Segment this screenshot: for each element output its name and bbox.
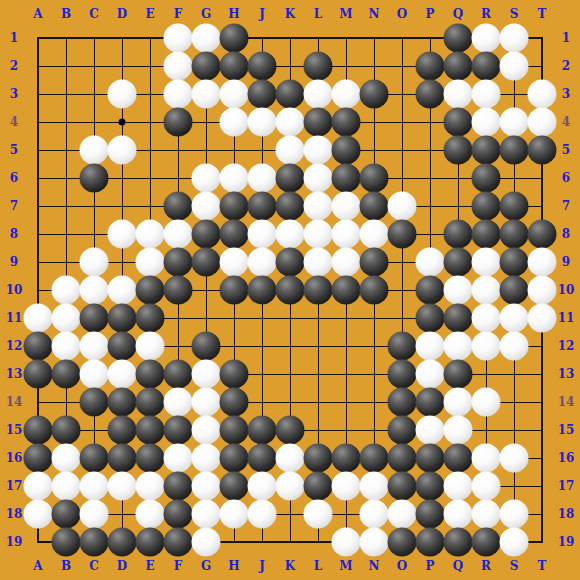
row-label-left-5: 5 bbox=[3, 143, 25, 157]
stone-black-P11 bbox=[416, 304, 445, 333]
stone-black-F18 bbox=[164, 500, 193, 529]
row-label-right-2: 2 bbox=[555, 59, 577, 73]
stone-black-R2 bbox=[472, 52, 501, 81]
stone-black-O8 bbox=[388, 220, 417, 249]
stone-white-S4 bbox=[500, 108, 529, 137]
stone-black-T5 bbox=[528, 136, 557, 165]
stone-black-N6 bbox=[360, 164, 389, 193]
row-label-right-9: 9 bbox=[555, 255, 577, 269]
row-label-left-3: 3 bbox=[3, 87, 25, 101]
col-label-bottom-M: M bbox=[335, 559, 357, 573]
stone-black-G2 bbox=[192, 52, 221, 81]
col-label-top-S: S bbox=[503, 7, 525, 21]
stone-white-R3 bbox=[472, 80, 501, 109]
stone-black-D14 bbox=[108, 388, 137, 417]
stone-white-P13 bbox=[416, 360, 445, 389]
stone-white-F16 bbox=[164, 444, 193, 473]
stone-white-R18 bbox=[472, 500, 501, 529]
row-label-left-4: 4 bbox=[3, 115, 25, 129]
row-label-left-17: 17 bbox=[3, 479, 25, 493]
stone-white-R4 bbox=[472, 108, 501, 137]
stone-white-D8 bbox=[108, 220, 137, 249]
stone-black-R19 bbox=[472, 528, 501, 557]
stone-black-K7 bbox=[276, 192, 305, 221]
stone-white-M17 bbox=[332, 472, 361, 501]
stone-white-K17 bbox=[276, 472, 305, 501]
stone-white-P15 bbox=[416, 416, 445, 445]
stone-black-S7 bbox=[500, 192, 529, 221]
stone-white-A11 bbox=[24, 304, 53, 333]
stone-white-D3 bbox=[108, 80, 137, 109]
col-label-top-P: P bbox=[419, 7, 441, 21]
row-label-left-1: 1 bbox=[3, 31, 25, 45]
stone-black-E19 bbox=[136, 528, 165, 557]
col-label-bottom-F: F bbox=[167, 559, 189, 573]
stone-white-G19 bbox=[192, 528, 221, 557]
stone-black-Q9 bbox=[444, 248, 473, 277]
stone-black-P18 bbox=[416, 500, 445, 529]
stone-black-C6 bbox=[80, 164, 109, 193]
stone-black-M5 bbox=[332, 136, 361, 165]
row-label-right-4: 4 bbox=[555, 115, 577, 129]
stone-white-G18 bbox=[192, 500, 221, 529]
stone-white-D17 bbox=[108, 472, 137, 501]
stone-white-T3 bbox=[528, 80, 557, 109]
col-label-top-F: F bbox=[167, 7, 189, 21]
stone-white-G16 bbox=[192, 444, 221, 473]
stone-black-F17 bbox=[164, 472, 193, 501]
stone-black-A13 bbox=[24, 360, 53, 389]
stone-white-Q3 bbox=[444, 80, 473, 109]
row-label-right-3: 3 bbox=[555, 87, 577, 101]
stone-white-Q17 bbox=[444, 472, 473, 501]
stone-white-J8 bbox=[248, 220, 277, 249]
row-label-right-5: 5 bbox=[555, 143, 577, 157]
col-label-top-Q: Q bbox=[447, 7, 469, 21]
col-label-bottom-T: T bbox=[531, 559, 553, 573]
stone-black-S10 bbox=[500, 276, 529, 305]
row-label-right-8: 8 bbox=[555, 227, 577, 241]
stone-white-L7 bbox=[304, 192, 333, 221]
stone-white-C9 bbox=[80, 248, 109, 277]
stone-white-R10 bbox=[472, 276, 501, 305]
stone-white-Q18 bbox=[444, 500, 473, 529]
stone-white-F1 bbox=[164, 24, 193, 53]
stone-white-P9 bbox=[416, 248, 445, 277]
stone-black-B18 bbox=[52, 500, 81, 529]
stone-white-N17 bbox=[360, 472, 389, 501]
row-label-right-13: 13 bbox=[555, 367, 577, 381]
stone-white-G13 bbox=[192, 360, 221, 389]
stone-white-R16 bbox=[472, 444, 501, 473]
stone-white-T10 bbox=[528, 276, 557, 305]
stone-black-C11 bbox=[80, 304, 109, 333]
stone-white-L18 bbox=[304, 500, 333, 529]
stone-black-F13 bbox=[164, 360, 193, 389]
stone-white-R9 bbox=[472, 248, 501, 277]
stone-black-O17 bbox=[388, 472, 417, 501]
stone-black-J7 bbox=[248, 192, 277, 221]
stone-white-J18 bbox=[248, 500, 277, 529]
stone-black-H15 bbox=[220, 416, 249, 445]
stone-black-D11 bbox=[108, 304, 137, 333]
stone-white-T11 bbox=[528, 304, 557, 333]
star-point bbox=[119, 119, 126, 126]
stone-white-D5 bbox=[108, 136, 137, 165]
stone-black-H2 bbox=[220, 52, 249, 81]
stone-white-S18 bbox=[500, 500, 529, 529]
stone-black-H7 bbox=[220, 192, 249, 221]
col-label-top-E: E bbox=[139, 7, 161, 21]
stone-black-S8 bbox=[500, 220, 529, 249]
stone-white-L9 bbox=[304, 248, 333, 277]
stone-black-S5 bbox=[500, 136, 529, 165]
stone-black-M6 bbox=[332, 164, 361, 193]
stone-black-N9 bbox=[360, 248, 389, 277]
row-label-left-18: 18 bbox=[3, 507, 25, 521]
stone-white-O7 bbox=[388, 192, 417, 221]
stone-white-A17 bbox=[24, 472, 53, 501]
stone-black-H14 bbox=[220, 388, 249, 417]
stone-black-P17 bbox=[416, 472, 445, 501]
stone-black-R5 bbox=[472, 136, 501, 165]
stone-white-S11 bbox=[500, 304, 529, 333]
stone-black-F19 bbox=[164, 528, 193, 557]
stone-white-Q15 bbox=[444, 416, 473, 445]
stone-black-A12 bbox=[24, 332, 53, 361]
stone-white-J17 bbox=[248, 472, 277, 501]
stone-white-E8 bbox=[136, 220, 165, 249]
stone-white-C17 bbox=[80, 472, 109, 501]
stone-white-E17 bbox=[136, 472, 165, 501]
stone-black-F10 bbox=[164, 276, 193, 305]
stone-black-Q19 bbox=[444, 528, 473, 557]
stone-white-A18 bbox=[24, 500, 53, 529]
go-board[interactable]: AABBCCDDEEFFGGHHJJKKLLMMNNOOPPQQRRSSTT11… bbox=[0, 0, 580, 580]
stone-black-Q2 bbox=[444, 52, 473, 81]
stone-white-E12 bbox=[136, 332, 165, 361]
stone-white-L6 bbox=[304, 164, 333, 193]
row-label-right-18: 18 bbox=[555, 507, 577, 521]
stone-black-K9 bbox=[276, 248, 305, 277]
stone-black-P19 bbox=[416, 528, 445, 557]
stone-white-L5 bbox=[304, 136, 333, 165]
stone-white-H18 bbox=[220, 500, 249, 529]
stone-black-E14 bbox=[136, 388, 165, 417]
stone-black-O14 bbox=[388, 388, 417, 417]
stone-white-C10 bbox=[80, 276, 109, 305]
stone-black-E13 bbox=[136, 360, 165, 389]
stone-black-Q16 bbox=[444, 444, 473, 473]
stone-white-O18 bbox=[388, 500, 417, 529]
stone-black-G9 bbox=[192, 248, 221, 277]
stone-white-K16 bbox=[276, 444, 305, 473]
col-label-top-O: O bbox=[391, 7, 413, 21]
row-label-left-10: 10 bbox=[3, 283, 25, 297]
stone-white-C18 bbox=[80, 500, 109, 529]
stone-white-T4 bbox=[528, 108, 557, 137]
col-label-top-A: A bbox=[27, 7, 49, 21]
row-label-left-16: 16 bbox=[3, 451, 25, 465]
stone-black-J16 bbox=[248, 444, 277, 473]
stone-white-B11 bbox=[52, 304, 81, 333]
col-label-top-C: C bbox=[83, 7, 105, 21]
stone-black-N7 bbox=[360, 192, 389, 221]
stone-white-Q10 bbox=[444, 276, 473, 305]
stone-white-B17 bbox=[52, 472, 81, 501]
row-label-left-11: 11 bbox=[3, 311, 25, 325]
stone-white-M9 bbox=[332, 248, 361, 277]
col-label-top-L: L bbox=[307, 7, 329, 21]
stone-white-H3 bbox=[220, 80, 249, 109]
row-label-right-19: 19 bbox=[555, 535, 577, 549]
row-label-right-16: 16 bbox=[555, 451, 577, 465]
stone-black-L17 bbox=[304, 472, 333, 501]
stone-white-C5 bbox=[80, 136, 109, 165]
stone-black-B19 bbox=[52, 528, 81, 557]
stone-black-A16 bbox=[24, 444, 53, 473]
stone-black-P3 bbox=[416, 80, 445, 109]
stone-white-B12 bbox=[52, 332, 81, 361]
stone-black-B15 bbox=[52, 416, 81, 445]
row-label-right-7: 7 bbox=[555, 199, 577, 213]
stone-black-S9 bbox=[500, 248, 529, 277]
stone-black-E10 bbox=[136, 276, 165, 305]
stone-black-Q5 bbox=[444, 136, 473, 165]
col-label-bottom-N: N bbox=[363, 559, 385, 573]
stone-white-J9 bbox=[248, 248, 277, 277]
row-label-left-6: 6 bbox=[3, 171, 25, 185]
stone-black-O19 bbox=[388, 528, 417, 557]
stone-black-F15 bbox=[164, 416, 193, 445]
stone-white-K5 bbox=[276, 136, 305, 165]
col-label-top-H: H bbox=[223, 7, 245, 21]
col-label-top-M: M bbox=[335, 7, 357, 21]
stone-white-Q12 bbox=[444, 332, 473, 361]
stone-black-G12 bbox=[192, 332, 221, 361]
stone-white-E18 bbox=[136, 500, 165, 529]
stone-black-M4 bbox=[332, 108, 361, 137]
stone-black-H8 bbox=[220, 220, 249, 249]
row-label-right-1: 1 bbox=[555, 31, 577, 45]
col-label-top-G: G bbox=[195, 7, 217, 21]
stone-white-T9 bbox=[528, 248, 557, 277]
stone-black-B13 bbox=[52, 360, 81, 389]
col-label-bottom-O: O bbox=[391, 559, 413, 573]
stone-white-M8 bbox=[332, 220, 361, 249]
stone-black-Q4 bbox=[444, 108, 473, 137]
stone-white-H4 bbox=[220, 108, 249, 137]
row-label-left-2: 2 bbox=[3, 59, 25, 73]
stone-black-Q8 bbox=[444, 220, 473, 249]
col-label-top-K: K bbox=[279, 7, 301, 21]
row-label-left-13: 13 bbox=[3, 367, 25, 381]
stone-white-L8 bbox=[304, 220, 333, 249]
stone-white-N18 bbox=[360, 500, 389, 529]
stone-black-N10 bbox=[360, 276, 389, 305]
stone-black-Q13 bbox=[444, 360, 473, 389]
stone-black-P14 bbox=[416, 388, 445, 417]
stone-black-C14 bbox=[80, 388, 109, 417]
stone-black-R7 bbox=[472, 192, 501, 221]
stone-white-R11 bbox=[472, 304, 501, 333]
stone-black-N3 bbox=[360, 80, 389, 109]
stone-white-F14 bbox=[164, 388, 193, 417]
col-label-bottom-B: B bbox=[55, 559, 77, 573]
stone-black-J10 bbox=[248, 276, 277, 305]
row-label-right-14: 14 bbox=[555, 395, 577, 409]
stone-white-C13 bbox=[80, 360, 109, 389]
col-label-bottom-S: S bbox=[503, 559, 525, 573]
stone-white-E9 bbox=[136, 248, 165, 277]
row-label-right-12: 12 bbox=[555, 339, 577, 353]
stone-black-C16 bbox=[80, 444, 109, 473]
col-label-bottom-Q: Q bbox=[447, 559, 469, 573]
stone-white-L3 bbox=[304, 80, 333, 109]
stone-white-M7 bbox=[332, 192, 361, 221]
row-label-left-14: 14 bbox=[3, 395, 25, 409]
stone-white-K8 bbox=[276, 220, 305, 249]
col-label-bottom-L: L bbox=[307, 559, 329, 573]
stone-white-F2 bbox=[164, 52, 193, 81]
stone-black-D12 bbox=[108, 332, 137, 361]
col-label-bottom-E: E bbox=[139, 559, 161, 573]
stone-black-P16 bbox=[416, 444, 445, 473]
stone-black-N16 bbox=[360, 444, 389, 473]
stone-black-H13 bbox=[220, 360, 249, 389]
stone-black-C19 bbox=[80, 528, 109, 557]
row-label-left-19: 19 bbox=[3, 535, 25, 549]
row-label-right-17: 17 bbox=[555, 479, 577, 493]
stone-white-G1 bbox=[192, 24, 221, 53]
stone-black-Q1 bbox=[444, 24, 473, 53]
stone-white-S16 bbox=[500, 444, 529, 473]
stone-white-F8 bbox=[164, 220, 193, 249]
stone-black-D15 bbox=[108, 416, 137, 445]
row-label-right-11: 11 bbox=[555, 311, 577, 325]
stone-white-S2 bbox=[500, 52, 529, 81]
stone-black-R6 bbox=[472, 164, 501, 193]
stone-black-M10 bbox=[332, 276, 361, 305]
stone-white-G14 bbox=[192, 388, 221, 417]
stone-black-H1 bbox=[220, 24, 249, 53]
stone-black-K15 bbox=[276, 416, 305, 445]
stone-white-G15 bbox=[192, 416, 221, 445]
stone-white-S19 bbox=[500, 528, 529, 557]
stone-black-L2 bbox=[304, 52, 333, 81]
stone-white-P12 bbox=[416, 332, 445, 361]
col-label-bottom-G: G bbox=[195, 559, 217, 573]
stone-black-E16 bbox=[136, 444, 165, 473]
stone-black-K6 bbox=[276, 164, 305, 193]
stone-black-T8 bbox=[528, 220, 557, 249]
stone-black-O13 bbox=[388, 360, 417, 389]
stone-black-O15 bbox=[388, 416, 417, 445]
col-label-bottom-K: K bbox=[279, 559, 301, 573]
stone-black-M16 bbox=[332, 444, 361, 473]
stone-white-G7 bbox=[192, 192, 221, 221]
stone-white-S1 bbox=[500, 24, 529, 53]
stone-black-P2 bbox=[416, 52, 445, 81]
col-label-top-B: B bbox=[55, 7, 77, 21]
stone-black-F4 bbox=[164, 108, 193, 137]
stone-black-R8 bbox=[472, 220, 501, 249]
stone-black-K3 bbox=[276, 80, 305, 109]
stone-black-O16 bbox=[388, 444, 417, 473]
row-label-left-12: 12 bbox=[3, 339, 25, 353]
stone-black-O12 bbox=[388, 332, 417, 361]
stone-black-E15 bbox=[136, 416, 165, 445]
stone-white-M19 bbox=[332, 528, 361, 557]
col-label-top-J: J bbox=[251, 7, 273, 21]
row-label-left-8: 8 bbox=[3, 227, 25, 241]
stone-white-N19 bbox=[360, 528, 389, 557]
stone-white-N8 bbox=[360, 220, 389, 249]
stone-black-H16 bbox=[220, 444, 249, 473]
stone-white-M3 bbox=[332, 80, 361, 109]
stone-black-H10 bbox=[220, 276, 249, 305]
stone-white-J6 bbox=[248, 164, 277, 193]
stone-white-K4 bbox=[276, 108, 305, 137]
stone-white-G17 bbox=[192, 472, 221, 501]
stone-black-Q11 bbox=[444, 304, 473, 333]
stone-black-A15 bbox=[24, 416, 53, 445]
stone-white-G3 bbox=[192, 80, 221, 109]
col-label-bottom-D: D bbox=[111, 559, 133, 573]
col-label-bottom-C: C bbox=[83, 559, 105, 573]
col-label-bottom-P: P bbox=[419, 559, 441, 573]
stone-white-D13 bbox=[108, 360, 137, 389]
col-label-top-D: D bbox=[111, 7, 133, 21]
stone-black-L4 bbox=[304, 108, 333, 137]
row-label-left-15: 15 bbox=[3, 423, 25, 437]
row-label-right-15: 15 bbox=[555, 423, 577, 437]
stone-white-R1 bbox=[472, 24, 501, 53]
row-label-right-6: 6 bbox=[555, 171, 577, 185]
stone-white-R17 bbox=[472, 472, 501, 501]
stone-black-L16 bbox=[304, 444, 333, 473]
stone-black-L10 bbox=[304, 276, 333, 305]
stone-white-C12 bbox=[80, 332, 109, 361]
col-label-bottom-A: A bbox=[27, 559, 49, 573]
col-label-top-T: T bbox=[531, 7, 553, 21]
stone-black-H17 bbox=[220, 472, 249, 501]
stone-white-R12 bbox=[472, 332, 501, 361]
stone-white-R14 bbox=[472, 388, 501, 417]
stone-white-S12 bbox=[500, 332, 529, 361]
col-label-top-R: R bbox=[475, 7, 497, 21]
stone-black-G8 bbox=[192, 220, 221, 249]
stone-black-J2 bbox=[248, 52, 277, 81]
row-label-left-9: 9 bbox=[3, 255, 25, 269]
row-label-left-7: 7 bbox=[3, 199, 25, 213]
row-label-right-10: 10 bbox=[555, 283, 577, 297]
stone-white-B10 bbox=[52, 276, 81, 305]
stone-black-P10 bbox=[416, 276, 445, 305]
col-label-top-N: N bbox=[363, 7, 385, 21]
stone-black-D19 bbox=[108, 528, 137, 557]
stone-black-K10 bbox=[276, 276, 305, 305]
stone-black-D16 bbox=[108, 444, 137, 473]
col-label-bottom-R: R bbox=[475, 559, 497, 573]
stone-white-F3 bbox=[164, 80, 193, 109]
stone-white-G6 bbox=[192, 164, 221, 193]
stone-white-H6 bbox=[220, 164, 249, 193]
stone-white-Q14 bbox=[444, 388, 473, 417]
stone-black-J3 bbox=[248, 80, 277, 109]
col-label-bottom-H: H bbox=[223, 559, 245, 573]
stone-black-F7 bbox=[164, 192, 193, 221]
